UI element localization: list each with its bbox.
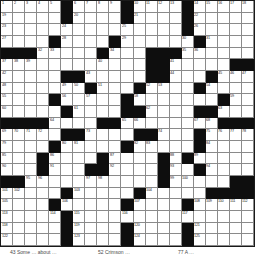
crossword-cell[interactable] [134, 153, 146, 165]
crossword-cell[interactable] [25, 153, 37, 165]
crossword-cell[interactable] [61, 48, 73, 60]
crossword-cell[interactable] [146, 164, 158, 176]
crossword-cell[interactable]: 60 [1, 106, 13, 118]
crossword-cell[interactable] [134, 176, 146, 188]
crossword-cell[interactable]: 9 [109, 1, 121, 13]
crossword-cell[interactable] [230, 141, 242, 153]
crossword-cell[interactable]: 8 [97, 1, 109, 13]
crossword-cell[interactable] [109, 234, 121, 246]
crossword-cell[interactable] [218, 13, 230, 25]
crossword-cell[interactable] [230, 48, 242, 60]
crossword-cell[interactable]: 111 [230, 199, 242, 211]
crossword-cell[interactable]: 35 [182, 48, 194, 60]
crossword-cell[interactable] [134, 59, 146, 71]
crossword-cell[interactable] [158, 24, 170, 36]
crossword-cell[interactable] [146, 153, 158, 165]
crossword-cell[interactable]: 52 [146, 83, 158, 95]
crossword-cell[interactable] [121, 188, 133, 200]
crossword-cell[interactable] [85, 211, 97, 223]
crossword-cell[interactable] [182, 83, 194, 95]
crossword-cell[interactable] [242, 24, 254, 36]
crossword-cell[interactable] [170, 36, 182, 48]
crossword-cell[interactable]: 57 [85, 94, 97, 106]
crossword-cell[interactable] [85, 188, 97, 200]
crossword-cell[interactable]: 53 [158, 83, 170, 95]
crossword-cell[interactable] [146, 211, 158, 223]
crossword-cell[interactable]: 81 [73, 141, 85, 153]
crossword-cell[interactable] [109, 223, 121, 235]
crossword-cell[interactable] [37, 106, 49, 118]
crossword-cell[interactable] [109, 94, 121, 106]
crossword-cell[interactable]: 115 [73, 211, 85, 223]
crossword-cell[interactable] [170, 118, 182, 130]
crossword-cell[interactable] [242, 36, 254, 48]
crossword-cell[interactable] [49, 129, 61, 141]
crossword-cell[interactable]: 5 [49, 1, 61, 13]
crossword-cell[interactable] [134, 164, 146, 176]
crossword-cell[interactable] [97, 211, 109, 223]
crossword-cell[interactable] [230, 211, 242, 223]
crossword-cell[interactable] [206, 13, 218, 25]
crossword-cell[interactable]: 40 [97, 59, 109, 71]
crossword-cell[interactable] [49, 83, 61, 95]
crossword-cell[interactable] [25, 234, 37, 246]
crossword-cell[interactable] [37, 13, 49, 25]
crossword-cell[interactable] [25, 188, 37, 200]
crossword-cell[interactable] [73, 24, 85, 36]
crossword-cell[interactable]: 80 [61, 141, 73, 153]
crossword-cell[interactable] [25, 141, 37, 153]
crossword-cell[interactable] [73, 153, 85, 165]
crossword-cell[interactable]: 44 [170, 71, 182, 83]
crossword-cell[interactable]: 123 [73, 234, 85, 246]
crossword-cell[interactable] [37, 71, 49, 83]
crossword-cell[interactable]: 7 [85, 1, 97, 13]
crossword-cell[interactable] [85, 106, 97, 118]
crossword-cell[interactable] [13, 24, 25, 36]
crossword-cell[interactable] [182, 106, 194, 118]
crossword-cell[interactable] [121, 164, 133, 176]
crossword-cell[interactable] [170, 129, 182, 141]
crossword-cell[interactable]: 28 [61, 36, 73, 48]
crossword-cell[interactable] [121, 176, 133, 188]
crossword-cell[interactable] [194, 176, 206, 188]
crossword-cell[interactable]: 96 [37, 176, 49, 188]
crossword-cell[interactable]: 114 [49, 211, 61, 223]
crossword-cell[interactable]: 108 [194, 199, 206, 211]
crossword-cell[interactable] [109, 129, 121, 141]
crossword-cell[interactable] [25, 36, 37, 48]
crossword-cell[interactable] [49, 24, 61, 36]
crossword-cell[interactable] [73, 36, 85, 48]
crossword-cell[interactable]: 39 [25, 59, 37, 71]
crossword-cell[interactable] [49, 106, 61, 118]
crossword-cell[interactable] [230, 24, 242, 36]
crossword-cell[interactable] [170, 83, 182, 95]
crossword-cell[interactable] [194, 211, 206, 223]
crossword-cell[interactable] [158, 141, 170, 153]
crossword-cell[interactable]: 102 [13, 188, 25, 200]
crossword-cell[interactable]: 107 [134, 199, 146, 211]
crossword-cell[interactable] [242, 223, 254, 235]
crossword-cell[interactable] [73, 164, 85, 176]
crossword-cell[interactable] [49, 234, 61, 246]
crossword-cell[interactable] [242, 106, 254, 118]
crossword-cell[interactable] [170, 94, 182, 106]
crossword-cell[interactable]: 100 [182, 176, 194, 188]
crossword-cell[interactable] [158, 223, 170, 235]
crossword-cell[interactable] [49, 59, 61, 71]
crossword-cell[interactable] [109, 71, 121, 83]
crossword-cell[interactable] [170, 188, 182, 200]
crossword-cell[interactable] [242, 94, 254, 106]
crossword-cell[interactable] [158, 36, 170, 48]
crossword-cell[interactable] [170, 24, 182, 36]
crossword-cell[interactable] [170, 106, 182, 118]
crossword-cell[interactable] [242, 234, 254, 246]
crossword-cell[interactable] [218, 211, 230, 223]
crossword-cell[interactable] [218, 164, 230, 176]
crossword-cell[interactable] [97, 129, 109, 141]
crossword-cell[interactable] [230, 13, 242, 25]
crossword-cell[interactable] [134, 71, 146, 83]
crossword-cell[interactable] [109, 83, 121, 95]
crossword-cell[interactable] [73, 48, 85, 60]
crossword-cell[interactable]: 97 [85, 176, 97, 188]
crossword-cell[interactable]: 89 [194, 153, 206, 165]
crossword-cell[interactable] [146, 118, 158, 130]
crossword-cell[interactable]: 15 [206, 1, 218, 13]
crossword-cell[interactable] [182, 94, 194, 106]
crossword-cell[interactable] [109, 188, 121, 200]
crossword-cell[interactable] [85, 153, 97, 165]
crossword-cell[interactable]: 74 [158, 129, 170, 141]
crossword-cell[interactable] [13, 13, 25, 25]
crossword-cell[interactable] [121, 71, 133, 83]
crossword-cell[interactable] [158, 234, 170, 246]
crossword-cell[interactable] [194, 71, 206, 83]
crossword-cell[interactable] [109, 13, 121, 25]
crossword-cell[interactable] [206, 94, 218, 106]
crossword-cell[interactable]: 32 [37, 48, 49, 60]
crossword-cell[interactable]: 99 [170, 176, 182, 188]
crossword-cell[interactable] [25, 13, 37, 25]
crossword-cell[interactable]: 94 [206, 164, 218, 176]
crossword-cell[interactable]: 34 [109, 48, 121, 60]
crossword-cell[interactable] [146, 13, 158, 25]
crossword-cell[interactable] [97, 71, 109, 83]
crossword-cell[interactable] [206, 211, 218, 223]
crossword-cell[interactable] [242, 153, 254, 165]
crossword-cell[interactable] [230, 106, 242, 118]
crossword-cell[interactable] [97, 141, 109, 153]
crossword-cell[interactable] [109, 59, 121, 71]
crossword-cell[interactable]: 79 [1, 141, 13, 153]
crossword-cell[interactable]: 124 [134, 234, 146, 246]
crossword-cell[interactable] [170, 211, 182, 223]
crossword-cell[interactable] [13, 141, 25, 153]
crossword-cell[interactable]: 6 [73, 1, 85, 13]
crossword-cell[interactable]: 12 [158, 1, 170, 13]
crossword-cell[interactable]: 21 [134, 13, 146, 25]
crossword-cell[interactable]: 92 [109, 164, 121, 176]
crossword-cell[interactable] [121, 153, 133, 165]
crossword-cell[interactable] [37, 199, 49, 211]
crossword-cell[interactable]: 50 [73, 83, 85, 95]
crossword-cell[interactable] [158, 94, 170, 106]
crossword-cell[interactable] [97, 223, 109, 235]
crossword-cell[interactable] [97, 199, 109, 211]
crossword-cell[interactable]: 116 [121, 211, 133, 223]
crossword-cell[interactable] [146, 234, 158, 246]
crossword-cell[interactable]: 45 [218, 71, 230, 83]
crossword-cell[interactable]: 31 [206, 36, 218, 48]
crossword-cell[interactable]: 65 [121, 118, 133, 130]
crossword-cell[interactable] [218, 83, 230, 95]
crossword-cell[interactable]: 95 [25, 176, 37, 188]
crossword-cell[interactable] [61, 59, 73, 71]
crossword-cell[interactable] [158, 211, 170, 223]
crossword-cell[interactable] [13, 199, 25, 211]
crossword-cell[interactable] [37, 211, 49, 223]
crossword-cell[interactable] [61, 164, 73, 176]
crossword-cell[interactable] [49, 176, 61, 188]
crossword-cell[interactable] [182, 141, 194, 153]
crossword-cell[interactable] [242, 211, 254, 223]
crossword-cell[interactable] [37, 188, 49, 200]
crossword-cell[interactable] [218, 153, 230, 165]
crossword-cell[interactable] [37, 24, 49, 36]
crossword-cell[interactable] [85, 13, 97, 25]
crossword-cell[interactable] [206, 234, 218, 246]
crossword-cell[interactable] [25, 223, 37, 235]
crossword-cell[interactable]: 72 [37, 129, 49, 141]
crossword-cell[interactable]: 17 [230, 1, 242, 13]
crossword-cell[interactable] [194, 59, 206, 71]
crossword-cell[interactable] [218, 234, 230, 246]
crossword-cell[interactable]: 46 [230, 71, 242, 83]
crossword-cell[interactable] [242, 164, 254, 176]
crossword-cell[interactable]: 113 [1, 211, 13, 223]
crossword-cell[interactable] [218, 141, 230, 153]
crossword-cell[interactable] [121, 129, 133, 141]
crossword-cell[interactable]: 122 [1, 234, 13, 246]
crossword-cell[interactable] [134, 211, 146, 223]
crossword-cell[interactable] [146, 176, 158, 188]
crossword-cell[interactable] [37, 141, 49, 153]
crossword-cell[interactable]: 59 [230, 94, 242, 106]
crossword-cell[interactable] [194, 94, 206, 106]
crossword-cell[interactable]: 4 [37, 1, 49, 13]
crossword-cell[interactable] [170, 141, 182, 153]
crossword-cell[interactable] [97, 234, 109, 246]
crossword-cell[interactable]: 58 [134, 94, 146, 106]
crossword-cell[interactable] [146, 223, 158, 235]
crossword-cell[interactable] [218, 223, 230, 235]
crossword-cell[interactable] [85, 48, 97, 60]
crossword-cell[interactable] [25, 199, 37, 211]
crossword-cell[interactable] [134, 36, 146, 48]
crossword-cell[interactable] [158, 106, 170, 118]
crossword-cell[interactable] [13, 211, 25, 223]
crossword-cell[interactable] [182, 59, 194, 71]
crossword-cell[interactable]: 112 [242, 199, 254, 211]
crossword-cell[interactable] [230, 36, 242, 48]
crossword-cell[interactable] [49, 71, 61, 83]
crossword-cell[interactable]: 11 [146, 1, 158, 13]
crossword-cell[interactable] [37, 223, 49, 235]
crossword-cell[interactable] [85, 223, 97, 235]
crossword-cell[interactable] [121, 48, 133, 60]
crossword-cell[interactable] [182, 129, 194, 141]
crossword-cell[interactable]: 1 [1, 1, 13, 13]
crossword-cell[interactable] [218, 176, 230, 188]
crossword-cell[interactable]: 3 [25, 1, 37, 13]
crossword-cell[interactable] [218, 24, 230, 36]
crossword-cell[interactable] [25, 211, 37, 223]
crossword-cell[interactable]: 78 [242, 129, 254, 141]
crossword-cell[interactable] [49, 188, 61, 200]
crossword-cell[interactable]: 27 [1, 36, 13, 48]
crossword-cell[interactable]: 29 [121, 36, 133, 48]
crossword-cell[interactable] [242, 141, 254, 153]
crossword-cell[interactable]: 71 [25, 129, 37, 141]
crossword-cell[interactable] [13, 223, 25, 235]
crossword-cell[interactable] [13, 164, 25, 176]
crossword-cell[interactable]: 47 [242, 71, 254, 83]
crossword-cell[interactable]: 83 [146, 141, 158, 153]
crossword-cell[interactable] [242, 48, 254, 60]
crossword-cell[interactable] [182, 71, 194, 83]
crossword-cell[interactable] [97, 106, 109, 118]
crossword-cell[interactable]: 56 [61, 94, 73, 106]
crossword-cell[interactable] [37, 59, 49, 71]
crossword-cell[interactable]: 30 [182, 36, 194, 48]
crossword-cell[interactable] [109, 176, 121, 188]
crossword-cell[interactable]: 10 [134, 1, 146, 13]
crossword-cell[interactable]: 70 [13, 129, 25, 141]
crossword-cell[interactable] [85, 24, 97, 36]
crossword-cell[interactable] [146, 199, 158, 211]
crossword-cell[interactable]: 64 [49, 118, 61, 130]
crossword-cell[interactable] [146, 24, 158, 36]
crossword-cell[interactable] [170, 234, 182, 246]
crossword-cell[interactable] [13, 83, 25, 95]
crossword-cell[interactable]: 77 [230, 129, 242, 141]
crossword-cell[interactable] [85, 141, 97, 153]
crossword-cell[interactable] [242, 13, 254, 25]
crossword-cell[interactable]: 117 [182, 211, 194, 223]
crossword-cell[interactable]: 125 [194, 234, 206, 246]
crossword-cell[interactable]: 73 [85, 129, 97, 141]
crossword-cell[interactable]: 20 [73, 13, 85, 25]
crossword-cell[interactable]: 110 [218, 199, 230, 211]
crossword-cell[interactable] [97, 36, 109, 48]
crossword-cell[interactable] [170, 223, 182, 235]
crossword-cell[interactable]: 76 [218, 129, 230, 141]
crossword-cell[interactable] [13, 234, 25, 246]
crossword-cell[interactable] [13, 71, 25, 83]
crossword-cell[interactable]: 109 [206, 199, 218, 211]
crossword-cell[interactable]: 36 [194, 48, 206, 60]
crossword-cell[interactable] [61, 153, 73, 165]
crossword-cell[interactable] [49, 223, 61, 235]
crossword-cell[interactable] [109, 141, 121, 153]
crossword-cell[interactable]: 43 [85, 71, 97, 83]
crossword-cell[interactable] [25, 24, 37, 36]
crossword-cell[interactable] [158, 188, 170, 200]
crossword-cell[interactable] [37, 94, 49, 106]
crossword-cell[interactable] [109, 211, 121, 223]
crossword-cell[interactable] [97, 13, 109, 25]
crossword-cell[interactable]: 42 [1, 71, 13, 83]
crossword-cell[interactable] [109, 106, 121, 118]
crossword-cell[interactable]: 33 [49, 48, 61, 60]
crossword-cell[interactable] [182, 118, 194, 130]
crossword-cell[interactable] [109, 199, 121, 211]
crossword-cell[interactable] [134, 48, 146, 60]
crossword-cell[interactable]: 54 [206, 83, 218, 95]
crossword-cell[interactable]: 61 [73, 106, 85, 118]
crossword-cell[interactable] [97, 94, 109, 106]
crossword-cell[interactable] [121, 59, 133, 71]
crossword-cell[interactable]: 106 [61, 199, 73, 211]
crossword-cell[interactable] [170, 13, 182, 25]
crossword-cell[interactable] [158, 13, 170, 25]
crossword-cell[interactable] [85, 199, 97, 211]
crossword-cell[interactable]: 26 [194, 24, 206, 36]
crossword-cell[interactable] [73, 59, 85, 71]
crossword-cell[interactable]: 98 [97, 176, 109, 188]
crossword-cell[interactable] [230, 164, 242, 176]
crossword-cell[interactable]: 103 [73, 188, 85, 200]
crossword-cell[interactable] [37, 83, 49, 95]
crossword-cell[interactable] [134, 24, 146, 36]
crossword-cell[interactable] [158, 199, 170, 211]
crossword-cell[interactable]: 62 [146, 106, 158, 118]
crossword-cell[interactable] [25, 83, 37, 95]
crossword-cell[interactable] [49, 13, 61, 25]
crossword-cell[interactable] [37, 234, 49, 246]
crossword-cell[interactable] [85, 36, 97, 48]
crossword-cell[interactable] [73, 176, 85, 188]
crossword-cell[interactable] [230, 234, 242, 246]
crossword-cell[interactable] [25, 106, 37, 118]
crossword-cell[interactable] [206, 48, 218, 60]
crossword-cell[interactable] [13, 153, 25, 165]
crossword-cell[interactable] [242, 83, 254, 95]
crossword-cell[interactable] [13, 106, 25, 118]
crossword-cell[interactable] [37, 36, 49, 48]
crossword-cell[interactable] [109, 24, 121, 36]
crossword-cell[interactable]: 90 [1, 164, 13, 176]
crossword-cell[interactable] [25, 71, 37, 83]
crossword-cell[interactable] [218, 36, 230, 48]
crossword-cell[interactable] [25, 94, 37, 106]
crossword-cell[interactable] [73, 118, 85, 130]
crossword-cell[interactable] [13, 94, 25, 106]
crossword-cell[interactable]: 2 [13, 1, 25, 13]
crossword-cell[interactable] [230, 153, 242, 165]
crossword-cell[interactable] [206, 59, 218, 71]
crossword-cell[interactable] [170, 199, 182, 211]
crossword-cell[interactable] [97, 24, 109, 36]
crossword-cell[interactable]: 91 [49, 164, 61, 176]
crossword-cell[interactable] [182, 188, 194, 200]
crossword-cell[interactable] [121, 83, 133, 95]
crossword-cell[interactable] [85, 234, 97, 246]
crossword-cell[interactable]: 82 [134, 141, 146, 153]
